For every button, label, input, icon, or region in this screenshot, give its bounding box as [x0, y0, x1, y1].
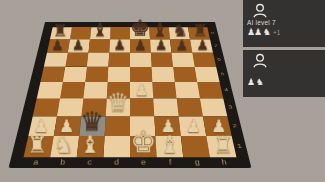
square-e3[interactable]	[130, 98, 154, 116]
white-bishop[interactable]: ♝	[80, 133, 101, 157]
person-icon	[252, 3, 268, 18]
file-label-e: e	[130, 158, 157, 166]
square-g1[interactable]	[181, 136, 210, 157]
square-d2[interactable]	[105, 116, 130, 136]
square-d6[interactable]	[108, 53, 130, 67]
square-g6[interactable]	[172, 53, 195, 67]
file-label-h: h	[210, 158, 238, 166]
square-h1[interactable]: ♜	[206, 136, 236, 157]
square-b4[interactable]	[60, 82, 85, 98]
square-e7[interactable]: ♟	[130, 40, 151, 53]
square-b6[interactable]	[65, 53, 88, 67]
file-label-b: b	[49, 158, 77, 166]
file-labels: abcdefgh	[22, 158, 239, 166]
black-pawn[interactable]: ♟	[72, 38, 85, 52]
square-a6[interactable]	[44, 53, 68, 67]
white-knight[interactable]: ♞	[53, 134, 73, 157]
file-label-c: c	[76, 158, 104, 166]
white-rook[interactable]: ♜	[213, 134, 233, 157]
square-e4[interactable]: ♟	[130, 82, 153, 98]
square-c6[interactable]	[87, 53, 109, 67]
white-queen[interactable]: ♛	[107, 91, 130, 116]
square-c7[interactable]	[88, 40, 109, 53]
file-label-g: g	[183, 158, 211, 166]
square-d7[interactable]: ♟	[109, 40, 130, 53]
rank-label-8: 8	[208, 27, 218, 39]
square-b1[interactable]: ♞	[50, 136, 79, 157]
square-h7[interactable]: ♟	[190, 40, 213, 53]
square-e1[interactable]: ♚	[130, 136, 157, 157]
app-window: ♜♝♚♝♞♜♟♟♟♟♟♟♟♟♛♟♟♛♟♟♟♜♞♝♚♝♜ abcdefgh 876…	[0, 0, 325, 182]
white-rook[interactable]: ♜	[27, 134, 47, 157]
chess-board[interactable]: ♜♝♚♝♞♜♟♟♟♟♟♟♟♟♛♟♟♛♟♟♟♜♞♝♚♝♜ abcdefgh 876…	[9, 22, 252, 168]
captured-pieces-ai: ♟♟ ♞	[247, 28, 270, 37]
square-h3[interactable]	[200, 98, 227, 116]
player-card-human[interactable]: ♟ ♞	[243, 50, 325, 97]
file-label-d: d	[103, 158, 130, 166]
player-name: AI level 7	[247, 19, 325, 27]
square-g4[interactable]	[175, 82, 200, 98]
white-bishop[interactable]: ♝	[159, 133, 180, 157]
square-a5[interactable]	[40, 67, 65, 82]
square-f7[interactable]: ♟	[150, 40, 171, 53]
board-scene: ♜♝♚♝♞♜♟♟♟♟♟♟♟♟♛♟♟♛♟♟♟♜♞♝♚♝♜ abcdefgh 876…	[5, 0, 255, 182]
square-h5[interactable]	[195, 67, 220, 82]
square-c4[interactable]	[83, 82, 107, 98]
square-f1[interactable]: ♝	[155, 136, 183, 157]
file-label-f: f	[157, 158, 185, 166]
black-pawn[interactable]: ♟	[113, 38, 126, 52]
rank-label-7: 7	[211, 40, 221, 53]
square-g7[interactable]: ♟	[170, 40, 192, 53]
square-f5[interactable]	[152, 67, 175, 82]
square-d3[interactable]: ♛	[106, 98, 130, 116]
square-f3[interactable]	[153, 98, 178, 116]
player-card-ai[interactable]: AI level 7 ♟♟ ♞ +1	[243, 0, 325, 47]
square-h6[interactable]	[192, 53, 216, 67]
square-f6[interactable]	[151, 53, 173, 67]
square-a7[interactable]: ♟	[47, 40, 70, 53]
material-score: +1	[273, 29, 280, 36]
black-pawn[interactable]: ♟	[51, 38, 64, 52]
file-label-a: a	[22, 158, 50, 166]
black-pawn[interactable]: ♟	[176, 38, 189, 52]
black-pawn[interactable]: ♟	[196, 38, 209, 52]
square-h4[interactable]	[197, 82, 223, 98]
square-b5[interactable]	[63, 67, 87, 82]
square-g3[interactable]	[177, 98, 203, 116]
player-name	[247, 69, 325, 77]
captured-pieces-human: ♟ ♞	[247, 78, 263, 87]
white-king[interactable]: ♚	[130, 127, 156, 156]
square-a1[interactable]: ♜	[24, 136, 54, 157]
square-f4[interactable]	[152, 82, 176, 98]
square-a4[interactable]	[37, 82, 63, 98]
square-g5[interactable]	[173, 67, 197, 82]
square-d5[interactable]	[108, 67, 130, 82]
black-bishop[interactable]: ♝	[92, 21, 108, 39]
white-pawn[interactable]: ♟	[186, 118, 201, 135]
square-g2[interactable]: ♟	[179, 116, 207, 136]
person-icon	[252, 53, 268, 68]
square-c8[interactable]: ♝	[90, 27, 111, 39]
square-c5[interactable]	[85, 67, 108, 82]
square-b7[interactable]: ♟	[68, 40, 90, 53]
square-c1[interactable]: ♝	[77, 136, 105, 157]
square-d1[interactable]	[103, 136, 130, 157]
black-pawn[interactable]: ♟	[134, 38, 147, 52]
square-e6[interactable]	[130, 53, 152, 67]
black-pawn[interactable]: ♟	[155, 38, 168, 52]
white-pawn[interactable]: ♟	[135, 82, 149, 98]
square-a3[interactable]	[33, 98, 60, 116]
board-grid: ♜♝♚♝♞♜♟♟♟♟♟♟♟♟♛♟♟♛♟♟♟♜♞♝♚♝♜	[24, 27, 237, 157]
